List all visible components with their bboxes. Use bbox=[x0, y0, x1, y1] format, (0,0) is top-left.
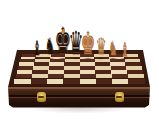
box-seam-highlight bbox=[9, 97, 150, 98]
white-knight: ♞ bbox=[108, 39, 117, 58]
light-square bbox=[80, 79, 96, 84]
light-square bbox=[14, 79, 30, 84]
white-queen: ♛ bbox=[96, 36, 107, 58]
dark-square bbox=[96, 79, 112, 84]
chess-set-photo: ♝♞♚♛♚♛♞♝ bbox=[0, 0, 159, 119]
lid-edge-highlight bbox=[8, 87, 151, 89]
dark-square bbox=[63, 79, 79, 84]
black-king-finial-highlight bbox=[62, 29, 65, 33]
black-bishop: ♝ bbox=[32, 39, 41, 58]
dark-square bbox=[128, 79, 144, 84]
white-king: ♚ bbox=[81, 28, 96, 58]
light-square bbox=[112, 79, 128, 84]
box-front-face bbox=[0, 87, 159, 108]
clasp-left bbox=[37, 92, 46, 102]
light-square bbox=[47, 79, 63, 84]
white-bishop: ♝ bbox=[121, 40, 130, 58]
dark-square bbox=[31, 79, 47, 84]
board-rank bbox=[14, 79, 145, 84]
clasp-right bbox=[115, 92, 124, 102]
